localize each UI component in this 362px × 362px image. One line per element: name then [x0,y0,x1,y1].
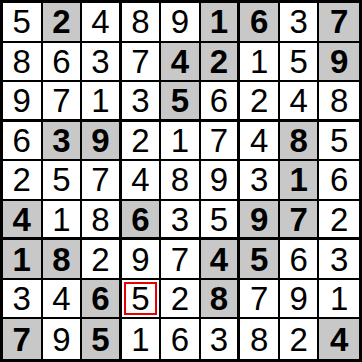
digit: 8 [131,5,149,38]
cell-r5c1[interactable]: 2 [3,161,43,201]
cell-r8c1[interactable]: 3 [3,280,43,320]
cell-r5c9[interactable]: 6 [319,161,359,201]
cell-r5c8[interactable]: 1 [280,161,320,201]
cell-r8c2[interactable]: 4 [43,280,83,320]
cell-r5c7[interactable]: 3 [240,161,280,201]
cell-r4c6[interactable]: 7 [201,122,241,162]
cell-r9c5[interactable]: 6 [161,319,201,359]
digit: 4 [131,163,149,196]
cell-r4c4[interactable]: 2 [122,122,162,162]
digit: 7 [52,84,70,117]
digit: 2 [250,84,268,117]
digit: 8 [210,282,228,315]
cell-r1c3[interactable]: 4 [82,3,122,43]
digit: 2 [91,243,109,276]
digit: 5 [289,45,307,78]
digit: 7 [289,203,307,236]
cell-r2c1[interactable]: 8 [3,43,43,83]
digit: 5 [131,282,149,315]
digit: 7 [13,323,31,356]
cell-r6c4[interactable]: 6 [122,201,162,241]
cell-r9c7[interactable]: 8 [240,319,280,359]
cell-r4c3[interactable]: 9 [82,122,122,162]
cell-r1c1[interactable]: 5 [3,3,43,43]
digit: 4 [171,45,189,78]
digit: 3 [210,323,228,356]
digit: 3 [52,124,70,157]
cell-r8c3[interactable]: 6 [82,280,122,320]
digit: 4 [330,323,348,356]
digit: 8 [289,124,307,157]
digit: 9 [171,5,189,38]
digit: 4 [52,282,70,315]
cell-r5c6[interactable]: 9 [201,161,241,201]
digit: 3 [171,203,189,236]
digit: 1 [330,282,348,315]
digit: 1 [91,84,109,117]
digit: 8 [52,243,70,276]
cell-r1c7[interactable]: 6 [240,3,280,43]
sudoku-board: 5248916378637421599713562486392174852574… [0,0,362,362]
digit: 6 [250,5,268,38]
digit: 6 [210,84,228,117]
cell-r5c2[interactable]: 5 [43,161,83,201]
cell-r7c5[interactable]: 7 [161,240,201,280]
digit: 9 [13,84,31,117]
digit: 9 [250,203,268,236]
digit: 9 [91,124,109,157]
digit: 7 [131,45,149,78]
cell-r8c9[interactable]: 1 [319,280,359,320]
cell-r7c8[interactable]: 6 [280,240,320,280]
digit: 7 [250,282,268,315]
cell-r9c6[interactable]: 3 [201,319,241,359]
digit: 5 [171,84,189,117]
cell-r7c9[interactable]: 3 [319,240,359,280]
digit: 7 [210,124,228,157]
cell-r2c6[interactable]: 2 [201,43,241,83]
digit: 6 [52,45,70,78]
digit: 4 [210,243,228,276]
cell-r4c9[interactable]: 5 [319,122,359,162]
digit: 7 [330,5,348,38]
cell-r4c2[interactable]: 3 [43,122,83,162]
cell-r4c7[interactable]: 4 [240,122,280,162]
digit: 6 [91,282,109,315]
digit: 3 [330,243,348,276]
digit: 9 [330,45,348,78]
cell-r6c5[interactable]: 3 [161,201,201,241]
digit: 8 [13,45,31,78]
digit: 5 [13,5,31,38]
digit: 6 [131,203,149,236]
digit: 2 [52,5,70,38]
cell-r9c9[interactable]: 4 [319,319,359,359]
cell-r5c4[interactable]: 4 [122,161,162,201]
digit: 1 [289,163,307,196]
cell-r2c8[interactable]: 5 [280,43,320,83]
cell-r3c3[interactable]: 1 [82,82,122,122]
digit: 2 [289,323,307,356]
cell-r8c5[interactable]: 2 [161,280,201,320]
digit: 1 [171,124,189,157]
digit: 6 [171,323,189,356]
digit: 6 [289,243,307,276]
cell-r6c2[interactable]: 1 [43,201,83,241]
digit: 9 [210,163,228,196]
cell-r6c3[interactable]: 8 [82,201,122,241]
digit: 5 [250,243,268,276]
cell-r9c8[interactable]: 2 [280,319,320,359]
cell-r7c6[interactable]: 4 [201,240,241,280]
cell-r6c9[interactable]: 2 [319,201,359,241]
digit: 9 [289,282,307,315]
cell-r2c2[interactable]: 6 [43,43,83,83]
digit: 8 [330,84,348,117]
digit: 1 [52,203,70,236]
digit: 4 [289,84,307,117]
cell-r4c8[interactable]: 8 [280,122,320,162]
cell-r9c2[interactable]: 9 [43,319,83,359]
digit: 2 [171,282,189,315]
digit: 1 [250,45,268,78]
digit: 4 [13,203,31,236]
digit: 9 [52,323,70,356]
cell-r3c1[interactable]: 9 [3,82,43,122]
digit: 1 [13,243,31,276]
digit: 3 [131,84,149,117]
cell-r3c2[interactable]: 7 [43,82,83,122]
digit: 5 [330,124,348,157]
digit: 1 [210,5,228,38]
cell-r3c8[interactable]: 4 [280,82,320,122]
cell-r1c2[interactable]: 2 [43,3,83,43]
cell-r1c8[interactable]: 3 [280,3,320,43]
cell-r9c1[interactable]: 7 [3,319,43,359]
digit: 8 [171,163,189,196]
digit: 2 [131,124,149,157]
digit: 7 [171,243,189,276]
cell-r9c3[interactable]: 5 [82,319,122,359]
cell-r7c1[interactable]: 1 [3,240,43,280]
cell-r2c5[interactable]: 4 [161,43,201,83]
digit: 5 [210,203,228,236]
cell-r7c4[interactable]: 9 [122,240,162,280]
cell-r1c6[interactable]: 1 [201,3,241,43]
cell-r7c2[interactable]: 8 [43,240,83,280]
digit: 7 [91,163,109,196]
digit: 9 [131,243,149,276]
cell-r2c7[interactable]: 1 [240,43,280,83]
cell-r7c7[interactable]: 5 [240,240,280,280]
cell-r6c7[interactable]: 9 [240,201,280,241]
cell-r5c3[interactable]: 7 [82,161,122,201]
digit: 2 [13,163,31,196]
cell-r4c5[interactable]: 1 [161,122,201,162]
cell-r7c3[interactable]: 2 [82,240,122,280]
digit: 3 [91,45,109,78]
digit: 1 [131,323,149,356]
digit: 3 [289,5,307,38]
digit: 4 [91,5,109,38]
selected-cell-r8c4[interactable]: 5 [122,280,162,320]
digit: 6 [13,124,31,157]
cell-r1c9[interactable]: 7 [319,3,359,43]
cell-r2c4[interactable]: 7 [122,43,162,83]
cell-r5c5[interactable]: 8 [161,161,201,201]
cell-r1c4[interactable]: 8 [122,3,162,43]
digit: 4 [250,124,268,157]
digit: 8 [250,323,268,356]
cell-r8c7[interactable]: 7 [240,280,280,320]
cell-r3c4[interactable]: 3 [122,82,162,122]
digit: 2 [210,45,228,78]
cell-r3c6[interactable]: 6 [201,82,241,122]
digit: 3 [13,282,31,315]
cell-r8c6[interactable]: 8 [201,280,241,320]
digit: 2 [330,203,348,236]
digit: 6 [330,163,348,196]
cell-r8c8[interactable]: 9 [280,280,320,320]
cell-r2c3[interactable]: 3 [82,43,122,83]
cell-r9c4[interactable]: 1 [122,319,162,359]
cell-r3c7[interactable]: 2 [240,82,280,122]
digit: 5 [52,163,70,196]
cell-r6c1[interactable]: 4 [3,201,43,241]
cell-r6c8[interactable]: 7 [280,201,320,241]
cell-r6c6[interactable]: 5 [201,201,241,241]
digit: 5 [91,323,109,356]
cell-r3c9[interactable]: 8 [319,82,359,122]
cell-r2c9[interactable]: 9 [319,43,359,83]
cell-r3c5[interactable]: 5 [161,82,201,122]
cell-r4c1[interactable]: 6 [3,122,43,162]
cell-r1c5[interactable]: 9 [161,3,201,43]
digit: 8 [91,203,109,236]
digit: 3 [250,163,268,196]
